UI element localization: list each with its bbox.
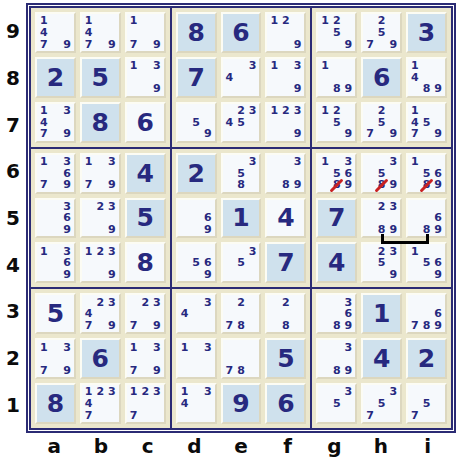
cell-a1[interactable]: 8 bbox=[35, 383, 76, 424]
candidate-digit: 5 bbox=[376, 27, 388, 39]
cell-h6[interactable]: 3589 bbox=[361, 153, 402, 194]
candidate-digit: 2 bbox=[280, 105, 292, 117]
candidate-digit: 9 bbox=[61, 224, 73, 236]
given-digit: 2 bbox=[187, 161, 204, 186]
sudoku-app: 987654321 147914791792513913479868612973… bbox=[0, 0, 460, 460]
given-digit: 2 bbox=[47, 65, 64, 90]
candidate-digit: 6 bbox=[343, 167, 355, 179]
candidate-digit: 9 bbox=[61, 179, 73, 191]
cell-g1[interactable]: 35 bbox=[316, 383, 357, 424]
given-digit: 7 bbox=[187, 65, 204, 90]
candidate-digit: 7 bbox=[83, 320, 95, 332]
col-label-f: f bbox=[264, 434, 311, 458]
candidate-digit: 7 bbox=[409, 128, 421, 140]
cell-h1[interactable]: 357 bbox=[361, 383, 402, 424]
candidate-digit: 9 bbox=[343, 128, 355, 140]
col-label-g: g bbox=[311, 434, 358, 458]
cell-a5[interactable]: 369 bbox=[35, 198, 76, 239]
candidate-digit: 9 bbox=[292, 38, 304, 50]
candidate-digit: 6 bbox=[432, 257, 444, 269]
candidate-digit: 3 bbox=[106, 201, 118, 213]
candidate-digit: 4 bbox=[38, 116, 50, 128]
candidate-digit: 3 bbox=[202, 341, 214, 353]
candidate-digit: 3 bbox=[292, 156, 304, 168]
candidate-digit: 2 bbox=[139, 386, 151, 398]
candidate-digit: 6 bbox=[432, 308, 444, 320]
cell-d6[interactable]: 2 bbox=[176, 153, 217, 194]
cell-d9[interactable]: 8 bbox=[176, 12, 217, 53]
given-digit: 7 bbox=[328, 205, 345, 230]
candidate-digit: 8 bbox=[280, 179, 292, 191]
col-label-h: h bbox=[358, 434, 405, 458]
cell-g8[interactable]: 189 bbox=[316, 57, 357, 98]
candidate-digit: 2 bbox=[95, 296, 107, 308]
candidate-digit: 1 bbox=[38, 15, 50, 27]
given-digit: 4 bbox=[328, 250, 345, 275]
cell-d7[interactable]: 59 bbox=[176, 102, 217, 143]
candidate-digit: 7 bbox=[128, 409, 140, 421]
candidate-digit: 9 bbox=[106, 224, 118, 236]
candidate-digit: 7 bbox=[409, 320, 421, 332]
col-label-b: b bbox=[78, 434, 125, 458]
cell-b5[interactable]: 239 bbox=[80, 198, 121, 239]
candidate-digit: 5 bbox=[421, 116, 433, 128]
given-digit: 9 bbox=[232, 391, 249, 416]
cell-b9[interactable]: 1479 bbox=[80, 12, 121, 53]
candidate-digit: 1 bbox=[38, 341, 50, 353]
candidate-digit: 1 bbox=[268, 15, 280, 27]
candidate-digit: 9 bbox=[292, 179, 304, 191]
candidate-digit: 3 bbox=[106, 386, 118, 398]
candidate-digit: 1 bbox=[268, 105, 280, 117]
candidate-digit: 9 bbox=[151, 83, 163, 95]
candidate-digit: 3 bbox=[247, 245, 259, 257]
candidate-digit: 9 bbox=[387, 179, 399, 191]
candidate-digit: 5 bbox=[376, 167, 388, 179]
given-digit: 4 bbox=[373, 346, 390, 371]
cell-h8[interactable]: 6 bbox=[361, 57, 402, 98]
cell-e1[interactable]: 9 bbox=[221, 383, 262, 424]
candidate-digit: 5 bbox=[331, 27, 343, 39]
candidate-digit: 9 bbox=[151, 38, 163, 50]
candidate-digit: 2 bbox=[280, 15, 292, 27]
candidate-digit: 7 bbox=[38, 128, 50, 140]
cell-a9[interactable]: 1479 bbox=[35, 12, 76, 53]
candidate-digit: 4 bbox=[224, 116, 236, 128]
candidate-digit: 8 bbox=[331, 320, 343, 332]
candidate-digit: 2 bbox=[331, 105, 343, 117]
row-label-5: 5 bbox=[0, 195, 26, 242]
candidate-digit: 2 bbox=[95, 201, 107, 213]
cell-c7[interactable]: 6 bbox=[125, 102, 166, 143]
candidate-digit: 4 bbox=[179, 308, 191, 320]
candidate-digit: 9 bbox=[61, 128, 73, 140]
cell-e7[interactable]: 2345 bbox=[221, 102, 262, 143]
candidate-digit: 3 bbox=[387, 156, 399, 168]
candidate-digit: 3 bbox=[343, 296, 355, 308]
given-digit: 7 bbox=[277, 250, 294, 275]
candidate-digit: 7 bbox=[224, 320, 236, 332]
row-label-6: 6 bbox=[0, 148, 26, 195]
cell-i7[interactable]: 14579 bbox=[406, 102, 447, 143]
column-labels: abcdefghi bbox=[31, 434, 451, 458]
cell-e6[interactable]: 358 bbox=[221, 153, 262, 194]
candidate-digit: 1 bbox=[83, 386, 95, 398]
row-labels: 987654321 bbox=[0, 8, 26, 428]
candidate-digit: 7 bbox=[364, 38, 376, 50]
candidate-digit: 8 bbox=[331, 364, 343, 376]
candidate-digit: 9 bbox=[432, 224, 444, 236]
cell-a3[interactable]: 5 bbox=[35, 293, 76, 334]
candidate-digit: 3 bbox=[343, 341, 355, 353]
candidate-digit: 9 bbox=[343, 83, 355, 95]
candidate-digit: 3 bbox=[61, 105, 73, 117]
candidate-digit: 9 bbox=[106, 38, 118, 50]
candidate-digit: 6 bbox=[61, 257, 73, 269]
candidate-digit: 8 bbox=[376, 179, 388, 191]
candidate-digit: 9 bbox=[106, 269, 118, 281]
box-1-2: 13568935891568972389689423591569 bbox=[312, 149, 451, 288]
candidate-digit: 5 bbox=[331, 116, 343, 128]
cell-g6[interactable]: 135689 bbox=[316, 153, 357, 194]
candidate-digit: 4 bbox=[224, 72, 236, 84]
candidate-digit: 9 bbox=[343, 179, 355, 191]
cell-e2[interactable]: 78 bbox=[221, 338, 262, 379]
cell-i3[interactable]: 6789 bbox=[406, 293, 447, 334]
given-digit: 4 bbox=[137, 161, 154, 186]
candidate-digit: 5 bbox=[421, 398, 433, 410]
candidate-digit: 6 bbox=[61, 212, 73, 224]
candidate-digit: 4 bbox=[409, 116, 421, 128]
cell-d3[interactable]: 34 bbox=[176, 293, 217, 334]
cell-i9[interactable]: 3 bbox=[406, 12, 447, 53]
cell-b6[interactable]: 1379 bbox=[80, 153, 121, 194]
row-label-1: 1 bbox=[0, 381, 26, 428]
candidate-digit: 5 bbox=[190, 257, 202, 269]
cell-c3[interactable]: 2379 bbox=[125, 293, 166, 334]
cell-f9[interactable]: 129 bbox=[265, 12, 306, 53]
candidate-digit: 7 bbox=[364, 128, 376, 140]
candidate-digit: 2 bbox=[376, 15, 388, 27]
cell-f1[interactable]: 6 bbox=[265, 383, 306, 424]
candidate-digit: 9 bbox=[387, 38, 399, 50]
candidate-digit: 2 bbox=[235, 105, 247, 117]
candidate-digit: 4 bbox=[83, 398, 95, 410]
solved-digit: 5 bbox=[47, 301, 64, 326]
row-label-7: 7 bbox=[0, 101, 26, 148]
candidate-digit: 2 bbox=[376, 245, 388, 257]
candidate-digit: 5 bbox=[421, 257, 433, 269]
candidate-digit: 3 bbox=[106, 245, 118, 257]
candidate-digit: 1 bbox=[128, 15, 140, 27]
candidate-digit: 3 bbox=[106, 156, 118, 168]
cell-e3[interactable]: 278 bbox=[221, 293, 262, 334]
cell-f2[interactable]: 5 bbox=[265, 338, 306, 379]
candidate-digit: 9 bbox=[151, 320, 163, 332]
cell-i1[interactable]: 57 bbox=[406, 383, 447, 424]
sudoku-board: 1479147917925139134798686129734139592345… bbox=[29, 6, 453, 430]
cell-b4[interactable]: 1239 bbox=[80, 242, 121, 283]
cell-c1[interactable]: 1237 bbox=[125, 383, 166, 424]
candidate-digit: 6 bbox=[202, 212, 214, 224]
candidate-digit: 7 bbox=[364, 409, 376, 421]
given-digit: 8 bbox=[187, 20, 204, 45]
candidate-digit: 5 bbox=[376, 257, 388, 269]
given-digit: 5 bbox=[137, 205, 154, 230]
candidate-digit: 9 bbox=[292, 83, 304, 95]
candidate-digit: 5 bbox=[376, 398, 388, 410]
cell-i6[interactable]: 15689 bbox=[406, 153, 447, 194]
cell-f6[interactable]: 389 bbox=[265, 153, 306, 194]
given-digit: 6 bbox=[373, 65, 390, 90]
candidate-digit: 1 bbox=[38, 105, 50, 117]
cell-g4[interactable]: 4 bbox=[316, 242, 357, 283]
cell-i8[interactable]: 1489 bbox=[406, 57, 447, 98]
red-slash-annotation bbox=[419, 178, 433, 192]
col-label-a: a bbox=[31, 434, 78, 458]
given-digit: 1 bbox=[373, 301, 390, 326]
candidate-digit: 3 bbox=[292, 105, 304, 117]
candidate-digit: 7 bbox=[38, 38, 50, 50]
cell-f8[interactable]: 139 bbox=[265, 57, 306, 98]
candidate-digit: 7 bbox=[409, 409, 421, 421]
cell-i4[interactable]: 1569 bbox=[406, 242, 447, 283]
cell-b1[interactable]: 12347 bbox=[80, 383, 121, 424]
box-2-0: 52347923791379613798123471237 bbox=[31, 289, 170, 428]
candidate-digit: 1 bbox=[319, 105, 331, 117]
cell-h3[interactable]: 1 bbox=[361, 293, 402, 334]
candidate-digit: 5 bbox=[235, 167, 247, 179]
candidate-digit: 3 bbox=[247, 156, 259, 168]
candidate-digit: 5 bbox=[376, 116, 388, 128]
cell-d4[interactable]: 569 bbox=[176, 242, 217, 283]
candidate-digit: 9 bbox=[106, 320, 118, 332]
box-1-1: 23583896914569357 bbox=[172, 149, 311, 288]
candidate-digit: 7 bbox=[83, 409, 95, 421]
candidate-digit: 3 bbox=[151, 296, 163, 308]
candidate-digit: 8 bbox=[331, 83, 343, 95]
cell-a4[interactable]: 1369 bbox=[35, 242, 76, 283]
cell-i2[interactable]: 2 bbox=[406, 338, 447, 379]
candidate-digit: 9 bbox=[61, 364, 73, 376]
candidate-digit: 3 bbox=[61, 156, 73, 168]
cell-e9[interactable]: 6 bbox=[221, 12, 262, 53]
box-0-2: 125925793189614891259257914579 bbox=[312, 8, 451, 147]
cell-d1[interactable]: 134 bbox=[176, 383, 217, 424]
candidate-digit: 8 bbox=[331, 179, 343, 191]
candidate-digit: 4 bbox=[83, 27, 95, 39]
candidate-digit: 6 bbox=[432, 212, 444, 224]
solved-digit: 8 bbox=[137, 250, 154, 275]
cell-d5[interactable]: 69 bbox=[176, 198, 217, 239]
candidate-digit: 1 bbox=[38, 245, 50, 257]
cell-h5[interactable]: 2389 bbox=[361, 198, 402, 239]
cell-c5[interactable]: 5 bbox=[125, 198, 166, 239]
candidate-digit: 8 bbox=[421, 83, 433, 95]
candidate-digit: 2 bbox=[280, 296, 292, 308]
candidate-digit: 9 bbox=[202, 128, 214, 140]
candidate-digit: 6 bbox=[432, 167, 444, 179]
candidate-digit: 6 bbox=[343, 308, 355, 320]
candidate-digit: 3 bbox=[202, 386, 214, 398]
row-label-2: 2 bbox=[0, 335, 26, 382]
candidate-digit: 1 bbox=[83, 15, 95, 27]
candidate-digit: 3 bbox=[292, 60, 304, 72]
cell-c4[interactable]: 8 bbox=[125, 242, 166, 283]
candidate-digit: 4 bbox=[409, 72, 421, 84]
candidate-digit: 3 bbox=[61, 341, 73, 353]
candidate-digit: 4 bbox=[38, 27, 50, 39]
candidate-digit: 3 bbox=[343, 156, 355, 168]
cell-g2[interactable]: 389 bbox=[316, 338, 357, 379]
row-label-3: 3 bbox=[0, 288, 26, 335]
candidate-digit: 9 bbox=[432, 179, 444, 191]
given-digit: 8 bbox=[47, 391, 64, 416]
cell-d8[interactable]: 7 bbox=[176, 57, 217, 98]
candidate-digit: 1 bbox=[179, 386, 191, 398]
candidate-digit: 7 bbox=[128, 38, 140, 50]
col-label-e: e bbox=[218, 434, 265, 458]
cell-h7[interactable]: 2579 bbox=[361, 102, 402, 143]
cell-g3[interactable]: 3689 bbox=[316, 293, 357, 334]
cell-b8[interactable]: 5 bbox=[80, 57, 121, 98]
cell-b7[interactable]: 8 bbox=[80, 102, 121, 143]
cell-b3[interactable]: 23479 bbox=[80, 293, 121, 334]
cell-g7[interactable]: 1259 bbox=[316, 102, 357, 143]
candidate-digit: 3 bbox=[151, 60, 163, 72]
cell-e4[interactable]: 35 bbox=[221, 242, 262, 283]
given-digit: 5 bbox=[277, 346, 294, 371]
cell-e5[interactable]: 1 bbox=[221, 198, 262, 239]
candidate-digit: 7 bbox=[224, 364, 236, 376]
candidate-digit: 9 bbox=[387, 269, 399, 281]
cell-h2[interactable]: 4 bbox=[361, 338, 402, 379]
col-label-d: d bbox=[171, 434, 218, 458]
candidate-digit: 1 bbox=[409, 156, 421, 168]
candidate-digit: 4 bbox=[179, 398, 191, 410]
candidate-digit: 2 bbox=[376, 201, 388, 213]
cell-c8[interactable]: 139 bbox=[125, 57, 166, 98]
strong-link-bracket bbox=[381, 234, 429, 244]
candidate-digit: 2 bbox=[139, 296, 151, 308]
candidate-digit: 6 bbox=[202, 257, 214, 269]
solved-digit: 6 bbox=[137, 110, 154, 135]
candidate-digit: 3 bbox=[202, 296, 214, 308]
cell-g5[interactable]: 7 bbox=[316, 198, 357, 239]
candidate-digit: 3 bbox=[61, 201, 73, 213]
cell-a8[interactable]: 2 bbox=[35, 57, 76, 98]
candidate-digit: 1 bbox=[319, 60, 331, 72]
row-label-9: 9 bbox=[0, 8, 26, 55]
candidate-digit: 9 bbox=[202, 224, 214, 236]
cell-a2[interactable]: 1379 bbox=[35, 338, 76, 379]
col-label-i: i bbox=[404, 434, 451, 458]
row-label-8: 8 bbox=[0, 55, 26, 102]
candidate-digit: 3 bbox=[387, 386, 399, 398]
cell-h4[interactable]: 2359 bbox=[361, 242, 402, 283]
given-digit: 1 bbox=[232, 205, 249, 230]
cell-f7[interactable]: 1239 bbox=[265, 102, 306, 143]
cell-f4[interactable]: 7 bbox=[265, 242, 306, 283]
cell-c2[interactable]: 1379 bbox=[125, 338, 166, 379]
candidate-digit: 1 bbox=[409, 60, 421, 72]
candidate-digit: 9 bbox=[432, 83, 444, 95]
cell-g9[interactable]: 1259 bbox=[316, 12, 357, 53]
candidate-digit: 3 bbox=[387, 201, 399, 213]
candidate-digit: 7 bbox=[38, 364, 50, 376]
cell-c9[interactable]: 179 bbox=[125, 12, 166, 53]
candidate-digit: 5 bbox=[331, 167, 343, 179]
candidate-digit: 8 bbox=[235, 179, 247, 191]
candidate-digit: 3 bbox=[61, 245, 73, 257]
candidate-digit: 9 bbox=[432, 320, 444, 332]
candidate-digit: 9 bbox=[61, 38, 73, 50]
cell-i5[interactable]: 689 bbox=[406, 198, 447, 239]
candidate-digit: 3 bbox=[151, 386, 163, 398]
candidate-digit: 8 bbox=[280, 320, 292, 332]
candidate-digit: 1 bbox=[83, 245, 95, 257]
box-1-0: 13679137943692395136912398 bbox=[31, 149, 170, 288]
candidate-digit: 5 bbox=[331, 398, 343, 410]
candidate-digit: 9 bbox=[387, 128, 399, 140]
given-digit: 8 bbox=[92, 110, 109, 135]
cell-c6[interactable]: 4 bbox=[125, 153, 166, 194]
candidate-digit: 3 bbox=[247, 60, 259, 72]
col-label-c: c bbox=[124, 434, 171, 458]
candidate-digit: 9 bbox=[202, 269, 214, 281]
candidate-digit: 1 bbox=[38, 156, 50, 168]
candidate-digit: 8 bbox=[421, 320, 433, 332]
row-label-4: 4 bbox=[0, 241, 26, 288]
candidate-digit: 9 bbox=[106, 179, 118, 191]
candidate-digit: 5 bbox=[190, 116, 202, 128]
given-digit: 2 bbox=[418, 346, 435, 371]
cell-d2[interactable]: 13 bbox=[176, 338, 217, 379]
candidate-digit: 2 bbox=[331, 15, 343, 27]
candidate-digit: 5 bbox=[421, 167, 433, 179]
cell-f3[interactable]: 28 bbox=[265, 293, 306, 334]
candidate-digit: 7 bbox=[128, 364, 140, 376]
red-slash-annotation bbox=[329, 178, 343, 192]
candidate-digit: 1 bbox=[128, 341, 140, 353]
candidate-digit: 5 bbox=[235, 257, 247, 269]
cell-e8[interactable]: 34 bbox=[221, 57, 262, 98]
candidate-digit: 1 bbox=[319, 15, 331, 27]
cell-a6[interactable]: 13679 bbox=[35, 153, 76, 194]
cell-f5[interactable]: 4 bbox=[265, 198, 306, 239]
candidate-digit: 1 bbox=[319, 156, 331, 168]
sudoku-board-frame: 1479147917925139134798686129734139592345… bbox=[26, 3, 456, 433]
candidate-digit: 9 bbox=[432, 269, 444, 281]
given-digit: 3 bbox=[418, 20, 435, 45]
candidate-digit: 9 bbox=[292, 128, 304, 140]
candidate-digit: 9 bbox=[61, 269, 73, 281]
candidate-digit: 6 bbox=[61, 167, 73, 179]
cell-b2[interactable]: 6 bbox=[80, 338, 121, 379]
candidate-digit: 9 bbox=[343, 320, 355, 332]
red-slash-annotation bbox=[374, 178, 388, 192]
candidate-digit: 1 bbox=[128, 386, 140, 398]
cell-a7[interactable]: 13479 bbox=[35, 102, 76, 143]
box-0-0: 14791479179251391347986 bbox=[31, 8, 170, 147]
candidate-digit: 8 bbox=[421, 179, 433, 191]
candidate-digit: 5 bbox=[235, 116, 247, 128]
cell-h9[interactable]: 2579 bbox=[361, 12, 402, 53]
candidate-digit: 1 bbox=[409, 105, 421, 117]
candidate-digit: 7 bbox=[38, 179, 50, 191]
candidate-digit: 3 bbox=[106, 296, 118, 308]
candidate-digit: 7 bbox=[83, 179, 95, 191]
